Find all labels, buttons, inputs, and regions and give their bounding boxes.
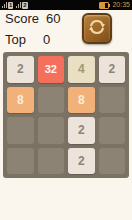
- battery-icon: [99, 2, 109, 9]
- tile-8: 8: [68, 87, 95, 114]
- game-header: Score60 Top0: [0, 10, 132, 52]
- top-value: 0: [43, 32, 50, 47]
- empty-cell: [38, 148, 65, 175]
- sim1-badge: 1: [8, 2, 13, 9]
- tile-2: 2: [68, 148, 95, 175]
- empty-cell: [7, 117, 34, 144]
- empty-cell: [99, 117, 126, 144]
- restart-button[interactable]: [82, 13, 112, 44]
- app-screen: 1 2 20:35 Score60 Top0: [0, 0, 132, 220]
- tile-32: 32: [38, 56, 65, 83]
- signal-strength-icon: [2, 2, 7, 8]
- signal-strength-icon: [16, 2, 21, 8]
- score-label: Score: [5, 11, 39, 26]
- tile-4: 4: [68, 56, 95, 83]
- tile-2: 2: [7, 56, 34, 83]
- clock-text: 20:35: [112, 0, 130, 10]
- top-score-line: Top0: [5, 32, 50, 47]
- tile-2: 2: [99, 56, 126, 83]
- board-2048[interactable]: 232428822: [3, 52, 129, 178]
- sim2-badge: 2: [22, 2, 27, 9]
- top-label: Top: [5, 32, 26, 47]
- score-value: 60: [46, 11, 60, 26]
- empty-cell: [38, 87, 65, 114]
- refresh-icon: [87, 17, 107, 41]
- status-bar: 1 2 20:35: [0, 0, 132, 10]
- tile-8: 8: [7, 87, 34, 114]
- empty-cell: [7, 148, 34, 175]
- empty-cell: [99, 148, 126, 175]
- empty-cell: [99, 87, 126, 114]
- empty-cell: [38, 117, 65, 144]
- tile-2: 2: [68, 117, 95, 144]
- score-line: Score60: [5, 11, 60, 26]
